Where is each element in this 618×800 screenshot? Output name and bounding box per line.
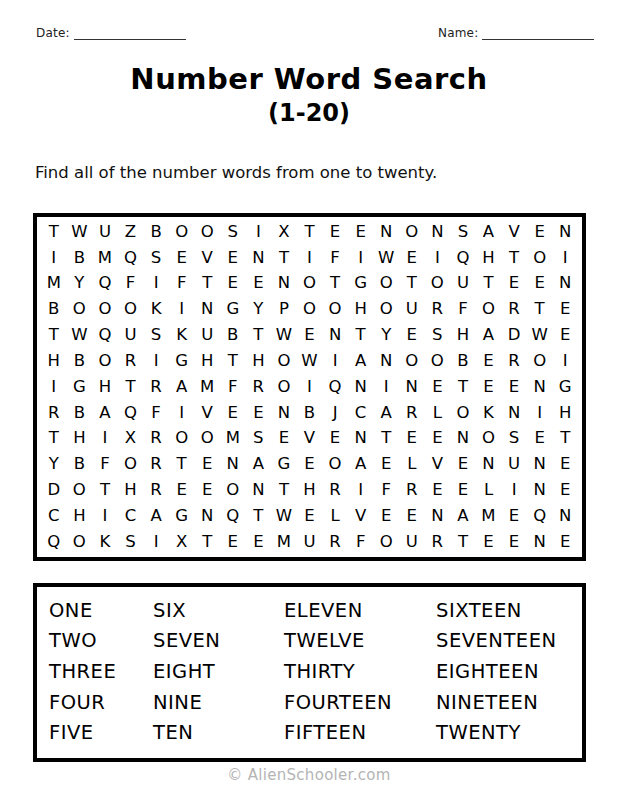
- grid-cell[interactable]: O: [67, 477, 93, 503]
- grid-cell[interactable]: N: [322, 322, 348, 348]
- grid-cell[interactable]: I: [297, 374, 323, 400]
- grid-cell[interactable]: N: [450, 426, 476, 452]
- grid-cell[interactable]: T: [271, 477, 297, 503]
- grid-cell[interactable]: E: [399, 503, 425, 529]
- grid-cell[interactable]: U: [399, 297, 425, 323]
- grid-cell[interactable]: H: [67, 503, 93, 529]
- grid-cell[interactable]: O: [92, 348, 118, 374]
- grid-cell[interactable]: T: [450, 529, 476, 555]
- word-list-item: EIGHTEEN: [436, 660, 582, 683]
- grid-cell[interactable]: I: [425, 245, 451, 271]
- grid-cell[interactable]: O: [322, 297, 348, 323]
- grid-cell[interactable]: N: [501, 400, 527, 426]
- grid-cell[interactable]: S: [118, 529, 144, 555]
- grid-cell[interactable]: F: [220, 374, 246, 400]
- grid-cell[interactable]: Q: [41, 529, 67, 555]
- grid-cell[interactable]: S: [501, 426, 527, 452]
- grid-cell[interactable]: I: [169, 297, 195, 323]
- grid-cell[interactable]: W: [297, 348, 323, 374]
- grid-cell[interactable]: O: [92, 297, 118, 323]
- grid-cell[interactable]: N: [194, 503, 220, 529]
- grid-cell[interactable]: T: [41, 219, 67, 245]
- grid-cell[interactable]: N: [425, 219, 451, 245]
- grid-cell[interactable]: N: [552, 503, 578, 529]
- grid-cell[interactable]: O: [373, 529, 399, 555]
- word-list-item: FIVE: [49, 721, 153, 744]
- grid-cell[interactable]: O: [67, 297, 93, 323]
- grid-cell[interactable]: J: [322, 400, 348, 426]
- grid-cell[interactable]: O: [118, 297, 144, 323]
- grid-cell[interactable]: R: [399, 477, 425, 503]
- grid-cell[interactable]: X: [169, 529, 195, 555]
- grid-cell[interactable]: T: [41, 426, 67, 452]
- grid-cell[interactable]: Y: [67, 271, 93, 297]
- grid-cell[interactable]: I: [246, 219, 272, 245]
- grid-cell[interactable]: E: [220, 529, 246, 555]
- grid-cell[interactable]: N: [348, 374, 374, 400]
- grid-cell[interactable]: T: [373, 426, 399, 452]
- grid-cell[interactable]: I: [41, 374, 67, 400]
- grid-cell[interactable]: I: [92, 503, 118, 529]
- grid-cell[interactable]: E: [527, 271, 553, 297]
- grid-cell[interactable]: I: [169, 400, 195, 426]
- grid-cell[interactable]: E: [373, 452, 399, 478]
- grid-cell[interactable]: X: [118, 426, 144, 452]
- grid-cell[interactable]: V: [194, 245, 220, 271]
- grid-cell[interactable]: K: [169, 322, 195, 348]
- grid-cell[interactable]: N: [373, 348, 399, 374]
- grid-cell[interactable]: G: [169, 503, 195, 529]
- word-list-item: SEVENTEEN: [436, 629, 582, 652]
- grid-cell[interactable]: E: [425, 477, 451, 503]
- word-list-item: NINETEEN: [436, 691, 582, 714]
- page-title: Number Word Search: [0, 62, 618, 96]
- grid-cell[interactable]: H: [297, 477, 323, 503]
- grid-cell[interactable]: G: [348, 271, 374, 297]
- grid-cell[interactable]: O: [476, 426, 502, 452]
- grid-cell[interactable]: E: [297, 452, 323, 478]
- word-list-item: THIRTY: [284, 660, 436, 683]
- grid-cell[interactable]: B: [41, 297, 67, 323]
- grid-cell[interactable]: E: [246, 271, 272, 297]
- word-list-item: FOURTEEN: [284, 691, 436, 714]
- grid-cell[interactable]: C: [348, 400, 374, 426]
- grid-cell[interactable]: A: [92, 400, 118, 426]
- grid-cell[interactable]: I: [501, 477, 527, 503]
- grid-cell[interactable]: Q: [118, 245, 144, 271]
- grid-cell[interactable]: I: [348, 245, 374, 271]
- grid-cell[interactable]: T: [501, 245, 527, 271]
- grid-cell[interactable]: N: [527, 477, 553, 503]
- header-fields: Date: Name:: [0, 26, 618, 46]
- grid-cell[interactable]: L: [425, 400, 451, 426]
- grid-cell[interactable]: N: [399, 374, 425, 400]
- grid-cell[interactable]: R: [143, 374, 169, 400]
- grid-cell[interactable]: I: [552, 348, 578, 374]
- grid-cell[interactable]: E: [450, 452, 476, 478]
- grid-cell[interactable]: O: [271, 374, 297, 400]
- grid-cell[interactable]: A: [450, 503, 476, 529]
- grid-cell[interactable]: O: [169, 426, 195, 452]
- grid-cell[interactable]: W: [271, 322, 297, 348]
- grid-cell[interactable]: P: [271, 297, 297, 323]
- grid-cell[interactable]: N: [527, 374, 553, 400]
- grid-cell[interactable]: T: [220, 348, 246, 374]
- grid-cell[interactable]: O: [527, 348, 553, 374]
- grid-cell[interactable]: A: [476, 322, 502, 348]
- grid-cell[interactable]: O: [169, 219, 195, 245]
- grid-cell[interactable]: W: [373, 245, 399, 271]
- word-list-box: ONETWOTHREEFOURFIVESIXSEVENEIGHTNINETENE…: [33, 583, 586, 762]
- grid-cell[interactable]: N: [476, 452, 502, 478]
- grid-cell[interactable]: K: [92, 529, 118, 555]
- grid-cell[interactable]: L: [476, 477, 502, 503]
- grid-cell[interactable]: U: [450, 271, 476, 297]
- word-list-column: ELEVENTWELVETHIRTYFOURTEENFIFTEEN: [284, 587, 436, 758]
- grid-cell[interactable]: I: [373, 374, 399, 400]
- grid-cell[interactable]: N: [271, 271, 297, 297]
- grid-cell[interactable]: O: [527, 245, 553, 271]
- grid-cell[interactable]: E: [552, 529, 578, 555]
- grid-cell[interactable]: X: [271, 219, 297, 245]
- grid-cell[interactable]: I: [527, 400, 553, 426]
- grid-cell[interactable]: A: [348, 452, 374, 478]
- grid-cell[interactable]: E: [322, 219, 348, 245]
- grid-cell[interactable]: O: [373, 297, 399, 323]
- grid-cell[interactable]: N: [220, 452, 246, 478]
- grid-cell[interactable]: N: [552, 271, 578, 297]
- grid-cell[interactable]: E: [169, 477, 195, 503]
- grid-cell[interactable]: B: [67, 452, 93, 478]
- grid-cell[interactable]: S: [246, 426, 272, 452]
- grid-cell[interactable]: O: [322, 452, 348, 478]
- grid-cell[interactable]: B: [67, 348, 93, 374]
- grid-cell[interactable]: I: [143, 348, 169, 374]
- grid-cell[interactable]: V: [348, 503, 374, 529]
- grid-cell[interactable]: O: [450, 400, 476, 426]
- grid-cell[interactable]: I: [41, 245, 67, 271]
- grid-cell[interactable]: G: [552, 374, 578, 400]
- grid-cell[interactable]: W: [67, 322, 93, 348]
- grid-cell[interactable]: U: [399, 529, 425, 555]
- grid-cell[interactable]: O: [373, 271, 399, 297]
- grid-cell[interactable]: A: [143, 503, 169, 529]
- grid-cell[interactable]: K: [476, 400, 502, 426]
- grid-cell[interactable]: B: [67, 400, 93, 426]
- grid-cell[interactable]: G: [271, 452, 297, 478]
- grid-cell[interactable]: Q: [527, 503, 553, 529]
- grid-cell[interactable]: E: [220, 271, 246, 297]
- grid-cell[interactable]: W: [527, 322, 553, 348]
- footer-credit: © AlienSchooler.com: [0, 766, 618, 784]
- name-field: Name:: [438, 26, 594, 40]
- grid-cell[interactable]: E: [297, 503, 323, 529]
- word-list-item: FIFTEEN: [284, 721, 436, 744]
- grid-cell[interactable]: T: [297, 219, 323, 245]
- grid-cell[interactable]: M: [271, 529, 297, 555]
- grid-cell[interactable]: E: [552, 297, 578, 323]
- grid-cell[interactable]: T: [552, 426, 578, 452]
- grid-cell[interactable]: W: [271, 503, 297, 529]
- grid-cell[interactable]: E: [476, 348, 502, 374]
- grid-cell[interactable]: E: [271, 426, 297, 452]
- grid-cell[interactable]: H: [348, 297, 374, 323]
- grid-cell[interactable]: H: [246, 348, 272, 374]
- grid-cell[interactable]: G: [220, 297, 246, 323]
- grid-cell[interactable]: Q: [92, 271, 118, 297]
- grid-cell[interactable]: E: [552, 322, 578, 348]
- date-field: Date:: [36, 26, 186, 40]
- grid-cell[interactable]: C: [41, 503, 67, 529]
- grid-cell[interactable]: I: [322, 348, 348, 374]
- word-list-column: SIXSEVENEIGHTNINETEN: [153, 587, 284, 758]
- word-list-item: ONE: [49, 599, 153, 622]
- grid-cell[interactable]: E: [246, 400, 272, 426]
- grid-cell[interactable]: E: [399, 245, 425, 271]
- grid-cell[interactable]: I: [92, 426, 118, 452]
- grid-cell[interactable]: E: [425, 374, 451, 400]
- grid-cell[interactable]: T: [41, 322, 67, 348]
- grid-cell[interactable]: V: [501, 219, 527, 245]
- grid-cell[interactable]: B: [143, 219, 169, 245]
- grid-cell[interactable]: M: [476, 503, 502, 529]
- grid-cell[interactable]: E: [399, 426, 425, 452]
- grid-cell[interactable]: Q: [450, 245, 476, 271]
- grid-cell[interactable]: O: [425, 271, 451, 297]
- grid-cell[interactable]: E: [194, 477, 220, 503]
- page-subtitle: (1-20): [0, 99, 618, 127]
- grid-cell[interactable]: R: [322, 529, 348, 555]
- grid-cell[interactable]: C: [118, 503, 144, 529]
- grid-cell[interactable]: A: [169, 374, 195, 400]
- grid-cell[interactable]: F: [143, 400, 169, 426]
- grid-cell[interactable]: Q: [118, 400, 144, 426]
- grid-cell[interactable]: E: [373, 503, 399, 529]
- grid-cell[interactable]: E: [476, 529, 502, 555]
- grid-cell[interactable]: F: [118, 271, 144, 297]
- grid-cell[interactable]: T: [348, 322, 374, 348]
- grid-cell[interactable]: O: [399, 219, 425, 245]
- grid-cell[interactable]: W: [67, 219, 93, 245]
- grid-cell[interactable]: F: [92, 452, 118, 478]
- grid-cell[interactable]: G: [67, 374, 93, 400]
- grid-cell[interactable]: E: [501, 374, 527, 400]
- grid-cell[interactable]: T: [246, 322, 272, 348]
- grid-cell[interactable]: H: [450, 322, 476, 348]
- grid-cell[interactable]: T: [399, 271, 425, 297]
- grid-cell[interactable]: E: [527, 426, 553, 452]
- grid-cell[interactable]: R: [143, 426, 169, 452]
- grid-cell[interactable]: N: [246, 245, 272, 271]
- grid-cell[interactable]: O: [220, 477, 246, 503]
- grid-cell[interactable]: I: [297, 245, 323, 271]
- grid-cell[interactable]: A: [246, 452, 272, 478]
- name-label: Name:: [438, 26, 478, 40]
- grid-cell[interactable]: O: [476, 297, 502, 323]
- grid-cell[interactable]: R: [501, 348, 527, 374]
- grid-cell[interactable]: S: [143, 245, 169, 271]
- grid-cell[interactable]: T: [527, 297, 553, 323]
- grid-cell[interactable]: L: [322, 503, 348, 529]
- grid-cell[interactable]: R: [501, 297, 527, 323]
- grid-cell[interactable]: U: [501, 452, 527, 478]
- grid-cell[interactable]: Q: [322, 374, 348, 400]
- grid-cell[interactable]: T: [194, 529, 220, 555]
- grid-cell[interactable]: T: [169, 452, 195, 478]
- grid-cell[interactable]: E: [552, 452, 578, 478]
- grid-cell[interactable]: O: [271, 348, 297, 374]
- grid-cell[interactable]: D: [501, 322, 527, 348]
- grid-cell[interactable]: E: [501, 271, 527, 297]
- grid-cell[interactable]: Y: [373, 322, 399, 348]
- word-list-item: TWENTY: [436, 721, 582, 744]
- grid-cell[interactable]: E: [476, 374, 502, 400]
- grid-cell[interactable]: L: [399, 452, 425, 478]
- grid-cell[interactable]: O: [67, 529, 93, 555]
- grid-cell[interactable]: T: [92, 477, 118, 503]
- grid-cell[interactable]: A: [373, 400, 399, 426]
- word-list-item: SIXTEEN: [436, 599, 582, 622]
- grid-cell[interactable]: E: [348, 219, 374, 245]
- grid-cell[interactable]: E: [246, 529, 272, 555]
- grid-cell[interactable]: N: [373, 219, 399, 245]
- word-list-item: TWO: [49, 629, 153, 652]
- grid-cell[interactable]: Q: [220, 503, 246, 529]
- word-list-item: SIX: [153, 599, 284, 622]
- grid-cell[interactable]: Y: [41, 452, 67, 478]
- grid-cell[interactable]: E: [552, 477, 578, 503]
- grid-cell[interactable]: K: [143, 297, 169, 323]
- grid-cell[interactable]: T: [246, 503, 272, 529]
- grid-cell[interactable]: S: [220, 219, 246, 245]
- grid-cell[interactable]: N: [527, 452, 553, 478]
- grid-cell[interactable]: R: [118, 348, 144, 374]
- grid-cell[interactable]: N: [194, 297, 220, 323]
- grid-cell[interactable]: U: [194, 322, 220, 348]
- grid-cell[interactable]: H: [41, 348, 67, 374]
- grid-cell[interactable]: E: [220, 245, 246, 271]
- grid-cell[interactable]: U: [92, 219, 118, 245]
- grid-cell[interactable]: I: [143, 529, 169, 555]
- grid-cell[interactable]: R: [399, 400, 425, 426]
- grid-cell[interactable]: F: [373, 477, 399, 503]
- grid-cell[interactable]: E: [501, 529, 527, 555]
- grid-cell[interactable]: O: [297, 271, 323, 297]
- grid-cell[interactable]: R: [143, 452, 169, 478]
- grid-cell[interactable]: B: [220, 322, 246, 348]
- grid-cell[interactable]: F: [169, 271, 195, 297]
- grid-cell[interactable]: U: [118, 322, 144, 348]
- grid-cell[interactable]: M: [194, 374, 220, 400]
- grid-cell[interactable]: G: [169, 348, 195, 374]
- grid-cell[interactable]: B: [67, 245, 93, 271]
- grid-cell[interactable]: T: [118, 374, 144, 400]
- grid-cell[interactable]: O: [194, 426, 220, 452]
- word-list-item: FOUR: [49, 691, 153, 714]
- grid-cell[interactable]: E: [425, 426, 451, 452]
- grid-cell[interactable]: O: [194, 219, 220, 245]
- grid-cell[interactable]: Q: [92, 322, 118, 348]
- grid-cell[interactable]: I: [143, 271, 169, 297]
- grid-cell[interactable]: U: [297, 529, 323, 555]
- grid-cell[interactable]: M: [41, 271, 67, 297]
- grid-cell[interactable]: R: [41, 400, 67, 426]
- grid-cell[interactable]: Z: [118, 219, 144, 245]
- word-list-column: SIXTEENSEVENTEENEIGHTEENNINETEENTWENTY: [436, 587, 582, 758]
- grid-cell[interactable]: N: [271, 400, 297, 426]
- grid-cell[interactable]: M: [220, 426, 246, 452]
- grid-cell[interactable]: N: [552, 219, 578, 245]
- grid-cell[interactable]: O: [425, 348, 451, 374]
- grid-cell[interactable]: I: [348, 477, 374, 503]
- grid-cell[interactable]: O: [118, 452, 144, 478]
- grid-cell[interactable]: N: [425, 503, 451, 529]
- grid-cell[interactable]: R: [246, 374, 272, 400]
- word-search-grid-box: TWUZBOOSIXTEENONSAVENIBMQSEVENTIFIWEIQHT…: [33, 213, 586, 561]
- grid-cell[interactable]: A: [476, 219, 502, 245]
- grid-cell[interactable]: E: [399, 322, 425, 348]
- grid-cell[interactable]: O: [297, 297, 323, 323]
- grid-cell[interactable]: B: [450, 348, 476, 374]
- grid-cell[interactable]: E: [527, 219, 553, 245]
- grid-cell[interactable]: R: [425, 529, 451, 555]
- grid-cell[interactable]: H: [118, 477, 144, 503]
- grid-cell[interactable]: F: [348, 529, 374, 555]
- grid-cell[interactable]: N: [348, 426, 374, 452]
- grid-cell[interactable]: H: [476, 245, 502, 271]
- grid-cell[interactable]: V: [194, 400, 220, 426]
- grid-cell[interactable]: S: [425, 322, 451, 348]
- grid-cell[interactable]: A: [348, 348, 374, 374]
- grid-cell[interactable]: E: [194, 452, 220, 478]
- grid-cell[interactable]: R: [425, 297, 451, 323]
- grid-cell[interactable]: T: [476, 271, 502, 297]
- grid-cell[interactable]: O: [399, 348, 425, 374]
- grid-cell[interactable]: N: [246, 477, 272, 503]
- grid-cell[interactable]: N: [527, 529, 553, 555]
- grid-cell[interactable]: F: [322, 245, 348, 271]
- word-list-item: ELEVEN: [284, 599, 436, 622]
- grid-cell[interactable]: E: [450, 477, 476, 503]
- grid-cell[interactable]: R: [322, 477, 348, 503]
- grid-cell[interactable]: H: [552, 400, 578, 426]
- grid-cell[interactable]: T: [194, 271, 220, 297]
- grid-cell[interactable]: V: [297, 426, 323, 452]
- grid-cell[interactable]: E: [297, 322, 323, 348]
- grid-cell[interactable]: H: [67, 426, 93, 452]
- grid-cell[interactable]: F: [450, 297, 476, 323]
- grid-cell[interactable]: D: [41, 477, 67, 503]
- word-list-item: TEN: [153, 721, 284, 744]
- grid-cell[interactable]: T: [322, 271, 348, 297]
- grid-cell[interactable]: I: [552, 245, 578, 271]
- grid-cell[interactable]: M: [92, 245, 118, 271]
- grid-cell[interactable]: E: [220, 400, 246, 426]
- grid-cell[interactable]: T: [450, 374, 476, 400]
- grid-cell[interactable]: T: [271, 245, 297, 271]
- grid-cell[interactable]: E: [501, 503, 527, 529]
- grid-cell[interactable]: R: [143, 477, 169, 503]
- grid-cell[interactable]: E: [169, 245, 195, 271]
- grid-cell[interactable]: Y: [246, 297, 272, 323]
- grid-cell[interactable]: S: [450, 219, 476, 245]
- grid-cell[interactable]: S: [143, 322, 169, 348]
- grid-cell[interactable]: H: [194, 348, 220, 374]
- grid-cell[interactable]: E: [322, 426, 348, 452]
- grid-cell[interactable]: H: [92, 374, 118, 400]
- grid-cell[interactable]: V: [425, 452, 451, 478]
- grid-cell[interactable]: B: [297, 400, 323, 426]
